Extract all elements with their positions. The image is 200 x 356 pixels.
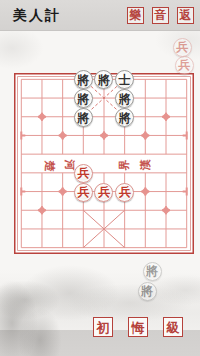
level-title: 美人計 — [13, 7, 61, 25]
top-bar: 美人計 樂 音 返 — [0, 0, 200, 31]
piece-red-soldier[interactable]: 兵 — [115, 183, 134, 202]
piece-red-soldier[interactable]: 兵 — [94, 183, 113, 202]
undo-button[interactable]: 悔 — [128, 317, 148, 337]
piece-red-soldier[interactable]: 兵 — [74, 164, 93, 183]
restart-button[interactable]: 初 — [93, 317, 113, 337]
piece-black-advisor[interactable]: 士 — [115, 70, 134, 89]
piece-black-general[interactable]: 將 — [74, 70, 93, 89]
tray-red-soldier-faded: 兵 — [173, 38, 192, 57]
piece-black-general[interactable]: 將 — [115, 108, 134, 127]
sound-button[interactable]: 音 — [152, 7, 169, 24]
piece-black-general[interactable]: 將 — [74, 89, 93, 108]
piece-black-general[interactable]: 將 — [94, 70, 113, 89]
tray-black-general-faded: 將 — [143, 262, 162, 281]
piece-black-general[interactable]: 將 — [74, 108, 93, 127]
piece-black-general[interactable]: 將 — [115, 89, 134, 108]
piece-red-soldier[interactable]: 兵 — [74, 183, 93, 202]
back-button[interactable]: 返 — [177, 7, 194, 24]
app-screen: 美人計 樂 音 返 — [0, 0, 200, 356]
board-grid[interactable]: 將將士將將將將兵兵兵兵 — [11, 70, 197, 257]
music-button[interactable]: 樂 — [127, 7, 144, 24]
level-button[interactable]: 級 — [163, 317, 183, 337]
tray-black-general-faded: 將 — [138, 282, 157, 301]
